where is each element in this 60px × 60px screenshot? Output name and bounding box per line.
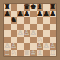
black-pawn-a7[interactable]: ♟ (4, 11, 10, 17)
white-pawn-a2[interactable]: ♙ (4, 43, 10, 49)
white-pawn-h2[interactable]: ♙ (50, 43, 56, 49)
square-f7[interactable]: ♟ (37, 11, 44, 18)
square-h1[interactable]: ♖ (50, 50, 57, 57)
black-bishop-f8[interactable]: ♝ (37, 4, 43, 10)
square-c7[interactable]: ♟ (17, 11, 24, 18)
square-c4[interactable]: ♙ (17, 30, 24, 37)
black-king-e8[interactable]: ♚ (30, 4, 36, 10)
white-pawn-b2[interactable]: ♙ (11, 43, 17, 49)
black-pawn-h7[interactable]: ♟ (50, 11, 56, 17)
square-g2[interactable]: ♙ (43, 43, 50, 50)
square-g7[interactable]: ♟ (43, 11, 50, 18)
square-b1[interactable]: ♘ (11, 50, 18, 57)
square-a7[interactable]: ♟ (4, 11, 11, 18)
white-queen-d1[interactable]: ♕ (24, 50, 30, 56)
white-pawn-c4[interactable]: ♙ (17, 30, 23, 36)
square-a1[interactable]: ♖ (4, 50, 11, 57)
white-pawn-d4[interactable]: ♙ (24, 30, 30, 36)
square-b6[interactable]: ♞ (11, 17, 18, 24)
white-rook-a1[interactable]: ♖ (4, 50, 10, 56)
square-f1[interactable]: ♗ (37, 50, 44, 57)
black-knight-b6[interactable]: ♞ (11, 17, 17, 23)
black-pawn-c7[interactable]: ♟ (17, 11, 23, 17)
square-d7[interactable]: ♟ (24, 11, 31, 18)
chess-board[interactable]: ♜♛♚♝♜♟♟♟♟♟♟♞♙♙♙♘♙♙♙♙♙♖♘♕♔♗♖ (4, 4, 56, 56)
black-pawn-f7[interactable]: ♟ (37, 11, 43, 17)
square-e8[interactable]: ♚ (30, 4, 37, 11)
board-frame: ♜♛♚♝♜♟♟♟♟♟♟♞♙♙♙♘♙♙♙♙♙♖♘♕♔♗♖ (0, 0, 60, 60)
square-e1[interactable]: ♔ (30, 50, 37, 57)
white-pawn-f2[interactable]: ♙ (37, 43, 43, 49)
white-pawn-e4[interactable]: ♙ (30, 30, 36, 36)
black-pawn-d7[interactable]: ♟ (24, 11, 30, 17)
white-knight-f3[interactable]: ♘ (37, 37, 43, 43)
black-rook-a8[interactable]: ♜ (4, 4, 10, 10)
white-pawn-g2[interactable]: ♙ (43, 43, 49, 49)
white-knight-b1[interactable]: ♘ (11, 50, 17, 56)
black-pawn-g7[interactable]: ♟ (43, 11, 49, 17)
white-king-e1[interactable]: ♔ (30, 50, 36, 56)
black-rook-h8[interactable]: ♜ (50, 4, 56, 10)
square-d4[interactable]: ♙ (24, 30, 31, 37)
square-d1[interactable]: ♕ (24, 50, 31, 57)
square-e4[interactable]: ♙ (30, 30, 37, 37)
white-rook-h1[interactable]: ♖ (50, 50, 56, 56)
black-queen-d8[interactable]: ♛ (24, 4, 30, 10)
white-bishop-f1[interactable]: ♗ (37, 50, 43, 56)
square-h7[interactable]: ♟ (50, 11, 57, 18)
